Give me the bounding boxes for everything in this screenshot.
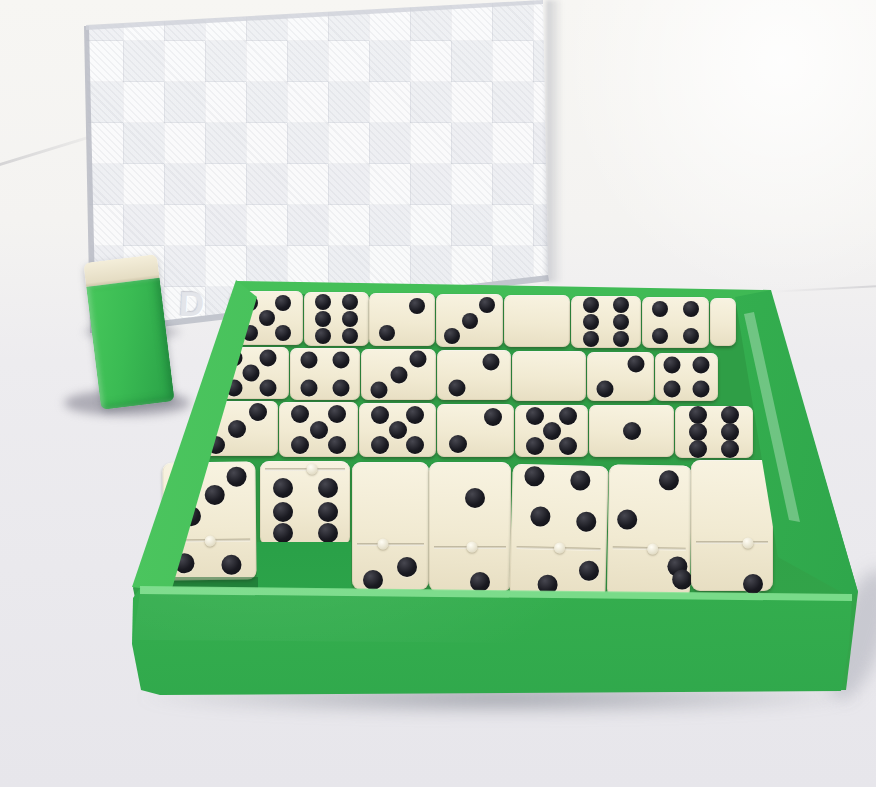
pip [721,423,739,441]
domino-tile [691,460,773,591]
pip [664,356,681,373]
pip [692,356,709,373]
pip [371,381,388,398]
pip [315,311,331,327]
divider-notch [743,537,754,548]
pip [318,478,338,498]
pip [275,295,291,311]
pip [526,407,544,425]
pip [260,350,277,367]
pip [664,381,681,398]
domino-tile [515,405,588,457]
pip [689,423,707,441]
pip [221,554,241,574]
pip [397,557,417,577]
domino-tile [607,464,692,598]
pip [672,570,692,590]
domino-tile [304,292,369,346]
domino-tile [571,296,641,348]
domino-tile [359,403,436,457]
pip [260,379,277,396]
pip [578,561,599,582]
pip [379,325,395,341]
pip [243,365,260,382]
divider-notch [377,539,388,550]
pip [449,435,467,453]
pip [389,421,407,439]
pip [406,406,424,424]
pip [318,502,338,522]
pip [597,381,614,398]
pip [333,379,350,396]
pip [315,294,331,310]
pip [652,301,668,317]
pip [448,380,465,397]
pip [318,523,338,543]
pip [259,310,275,326]
pip [291,405,309,423]
pip [333,352,350,369]
pip [683,301,699,317]
pip [613,314,629,330]
pip [342,294,358,310]
domino-tile [509,464,608,599]
pip [249,403,267,421]
pip [300,379,317,396]
pip [689,406,707,424]
domino-tile [675,406,753,458]
pip [410,351,427,368]
pip [617,509,637,529]
domino-tile [642,297,709,348]
pip [371,436,389,454]
pip [583,331,599,347]
domino-tile [710,298,736,346]
pip [205,485,225,505]
tile-divider [265,468,344,471]
pip [462,313,478,329]
tile-divider [696,541,768,544]
pip [465,488,485,508]
pip [406,436,424,454]
domino-tile [260,461,350,546]
pip [583,297,599,313]
domino-tile [279,402,358,457]
pip [559,437,577,455]
pip [228,420,246,438]
pip [721,406,739,424]
divider-notch [554,543,565,554]
pip [300,352,317,369]
domino-tile [436,294,503,347]
pip [613,297,629,313]
pip [613,331,629,347]
pip [570,470,591,491]
pip [530,506,551,527]
pip [291,436,309,454]
pip [479,297,495,313]
pip [444,328,460,344]
divider-notch [204,535,215,546]
pip [683,328,699,344]
domino-tile [361,349,436,400]
pip [409,298,425,314]
domino-tile [352,462,429,590]
pip [483,354,500,371]
pip [526,437,544,455]
pip [315,328,331,344]
pip [721,440,739,458]
domino-tile [429,462,511,592]
pip [273,478,293,498]
divider-notch [307,464,318,475]
pip [583,314,599,330]
domino-tile [504,295,570,347]
pip [371,406,389,424]
pip [273,523,293,543]
pip [689,440,707,458]
domino-tile [437,350,511,400]
domino-tile [655,353,718,401]
pip [342,328,358,344]
pip [470,572,490,592]
domino-tile [369,293,435,346]
pip [652,328,668,344]
domino-tile [587,352,654,401]
pip [328,405,346,423]
pip [658,470,678,490]
pip [342,311,358,327]
pip [623,422,641,440]
pip [692,381,709,398]
divider-notch [466,542,477,553]
domino-tile [437,404,514,457]
tile-divider [357,543,425,546]
domino-tile [512,351,586,401]
pip [363,570,383,590]
pip [227,467,247,487]
pip [310,421,328,439]
pip [543,422,561,440]
pip [627,355,644,372]
photo-scene: D [0,0,876,787]
pip [328,436,346,454]
pip [390,366,407,383]
divider-notch [647,543,658,554]
domino-tile [589,405,674,457]
pip [559,407,577,425]
pip [273,502,293,522]
pip [484,408,502,426]
pip [524,466,545,487]
pip [743,574,763,594]
pip [576,511,597,532]
pip [275,325,291,341]
domino-tile [290,348,360,400]
